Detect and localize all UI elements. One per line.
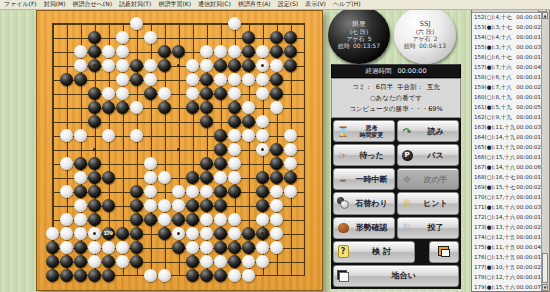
board-cell[interactable] bbox=[101, 16, 115, 30]
menu-item[interactable]: 棋譜学習(K) bbox=[158, 0, 191, 9]
board-cell[interactable] bbox=[87, 254, 101, 268]
board-cell[interactable] bbox=[101, 254, 115, 268]
board-cell[interactable] bbox=[129, 16, 143, 30]
board-cell[interactable] bbox=[101, 212, 115, 226]
move-list-row[interactable]: 159(●):7,十八00:00:02 bbox=[472, 82, 542, 92]
board-cell[interactable] bbox=[143, 114, 157, 128]
board-cell[interactable] bbox=[171, 170, 185, 184]
board-cell[interactable] bbox=[199, 142, 213, 156]
board-cell[interactable] bbox=[283, 268, 297, 282]
board-cell[interactable] bbox=[171, 100, 185, 114]
board-cell[interactable] bbox=[241, 114, 255, 128]
board-cell[interactable] bbox=[143, 30, 157, 44]
board-cell[interactable] bbox=[73, 16, 87, 30]
menu-item[interactable]: 棋譜再生(A) bbox=[238, 0, 271, 9]
board-cell[interactable] bbox=[227, 100, 241, 114]
board-cell[interactable] bbox=[157, 114, 171, 128]
board-cell[interactable] bbox=[45, 86, 59, 100]
board-cell[interactable] bbox=[143, 16, 157, 30]
board-cell[interactable] bbox=[185, 16, 199, 30]
think-time-button[interactable]: ⌛思考時間変更 bbox=[333, 120, 395, 142]
board-cell[interactable] bbox=[269, 226, 283, 240]
pass-button[interactable]: Pパス bbox=[397, 144, 459, 166]
board-cell[interactable] bbox=[255, 198, 269, 212]
board-cell[interactable] bbox=[115, 30, 129, 44]
board-cell[interactable] bbox=[59, 240, 73, 254]
board-cell[interactable] bbox=[115, 16, 129, 30]
jiai-button[interactable]: 地合い bbox=[333, 265, 459, 287]
board-cell[interactable] bbox=[129, 254, 143, 268]
board-cell[interactable] bbox=[227, 156, 241, 170]
board-cell[interactable] bbox=[59, 156, 73, 170]
board-cell[interactable] bbox=[241, 268, 255, 282]
board-cell[interactable] bbox=[255, 212, 269, 226]
board-cell[interactable] bbox=[143, 184, 157, 198]
board-cell[interactable] bbox=[101, 72, 115, 86]
board-cell[interactable] bbox=[87, 30, 101, 44]
board-cell[interactable] bbox=[185, 156, 199, 170]
board-cell[interactable] bbox=[227, 128, 241, 142]
board-cell[interactable] bbox=[241, 30, 255, 44]
board-cell[interactable] bbox=[115, 86, 129, 100]
move-list-row[interactable]: 163(●):11,十九00:00:03 bbox=[472, 122, 542, 132]
board-cell[interactable] bbox=[115, 254, 129, 268]
board-cell[interactable] bbox=[143, 254, 157, 268]
move-list-row[interactable]: 153(●):3,十七00:00:02 bbox=[472, 22, 542, 32]
board-cell[interactable] bbox=[255, 30, 269, 44]
move-list-row[interactable]: 178(○):12,十六00:00:01 bbox=[472, 272, 542, 282]
board-cell[interactable] bbox=[73, 142, 87, 156]
board-cell[interactable] bbox=[213, 30, 227, 44]
board-cell[interactable] bbox=[227, 170, 241, 184]
board-cell[interactable] bbox=[129, 86, 143, 100]
board-cell[interactable] bbox=[255, 72, 269, 86]
board-cell[interactable] bbox=[143, 142, 157, 156]
board-cell[interactable] bbox=[185, 44, 199, 58]
board-cell[interactable] bbox=[171, 184, 185, 198]
move-list-row[interactable]: 157(●):7,十六00:00:04 bbox=[472, 62, 542, 72]
board-cell[interactable] bbox=[45, 170, 59, 184]
move-list-row[interactable]: 167(●):14,十八00:00:06 bbox=[472, 162, 542, 172]
board-cell[interactable] bbox=[227, 114, 241, 128]
board-cell[interactable] bbox=[101, 58, 115, 72]
board-cell[interactable] bbox=[185, 100, 199, 114]
board-cell[interactable] bbox=[283, 86, 297, 100]
board-cell[interactable] bbox=[87, 16, 101, 30]
board-cell[interactable] bbox=[87, 170, 101, 184]
board-cell[interactable] bbox=[255, 128, 269, 142]
board-cell[interactable] bbox=[171, 72, 185, 86]
board-cell[interactable] bbox=[269, 58, 283, 72]
board-cell[interactable] bbox=[157, 142, 171, 156]
board-cell[interactable] bbox=[171, 212, 185, 226]
move-list-row[interactable]: 165(●):13,十九00:00:02 bbox=[472, 142, 542, 152]
board-cell[interactable] bbox=[143, 212, 157, 226]
board-cell[interactable] bbox=[269, 254, 283, 268]
board-cell[interactable] bbox=[45, 254, 59, 268]
board-cell[interactable] bbox=[297, 254, 311, 268]
board-cell[interactable] bbox=[255, 254, 269, 268]
board-cell[interactable] bbox=[185, 254, 199, 268]
board-cell[interactable] bbox=[269, 86, 283, 100]
board-cell[interactable] bbox=[269, 30, 283, 44]
board-cell[interactable] bbox=[283, 44, 297, 58]
board-cell[interactable] bbox=[101, 114, 115, 128]
board-cell[interactable] bbox=[255, 16, 269, 30]
menu-item[interactable]: 対局(M) bbox=[44, 0, 66, 9]
board-cell[interactable] bbox=[87, 100, 101, 114]
board-cell[interactable] bbox=[129, 268, 143, 282]
board-cell[interactable] bbox=[129, 212, 143, 226]
board-cell[interactable] bbox=[129, 156, 143, 170]
board-cell[interactable] bbox=[59, 100, 73, 114]
board-cell[interactable] bbox=[283, 212, 297, 226]
board-cell[interactable] bbox=[241, 254, 255, 268]
board-cell[interactable] bbox=[255, 240, 269, 254]
board-cell[interactable] bbox=[143, 156, 157, 170]
board-cell[interactable] bbox=[129, 170, 143, 184]
board-cell[interactable] bbox=[185, 212, 199, 226]
board-cell[interactable] bbox=[115, 212, 129, 226]
board-cell[interactable] bbox=[213, 58, 227, 72]
board-cell[interactable] bbox=[297, 156, 311, 170]
scroll-up-icon[interactable]: ▲ bbox=[542, 12, 548, 19]
board-cell[interactable] bbox=[283, 184, 297, 198]
board-cell[interactable] bbox=[129, 100, 143, 114]
board-cell[interactable] bbox=[199, 128, 213, 142]
menu-item[interactable]: 詰碁対局(T) bbox=[119, 0, 151, 9]
board-cell[interactable] bbox=[101, 156, 115, 170]
menu-item[interactable]: 棋譜合せへ(N) bbox=[73, 0, 112, 9]
board-cell[interactable] bbox=[227, 268, 241, 282]
move-list-row[interactable]: 155(●):3,十八00:00:03 bbox=[472, 42, 542, 52]
board-cell[interactable] bbox=[241, 72, 255, 86]
board-cell[interactable] bbox=[283, 114, 297, 128]
board-cell[interactable] bbox=[129, 128, 143, 142]
board-cell[interactable] bbox=[269, 128, 283, 142]
board-cell[interactable] bbox=[87, 240, 101, 254]
board-cell[interactable] bbox=[283, 156, 297, 170]
menu-item[interactable]: ファイル(F) bbox=[4, 0, 37, 9]
board-cell[interactable] bbox=[255, 100, 269, 114]
board-cell[interactable] bbox=[283, 226, 297, 240]
board-cell[interactable] bbox=[73, 184, 87, 198]
board-cell[interactable] bbox=[73, 226, 87, 240]
move-list-scrollbar[interactable]: ▲ ▼ bbox=[541, 12, 549, 291]
board-cell[interactable] bbox=[213, 254, 227, 268]
board-cell[interactable] bbox=[185, 72, 199, 86]
board-cell[interactable] bbox=[283, 30, 297, 44]
board-cell[interactable] bbox=[213, 268, 227, 282]
board-cell[interactable] bbox=[101, 198, 115, 212]
board-cell[interactable] bbox=[73, 156, 87, 170]
board-cell[interactable] bbox=[59, 254, 73, 268]
board-cell[interactable] bbox=[241, 156, 255, 170]
board-cell[interactable] bbox=[269, 184, 283, 198]
board-cell[interactable] bbox=[227, 30, 241, 44]
board-cell[interactable] bbox=[255, 170, 269, 184]
board-cell[interactable] bbox=[227, 198, 241, 212]
board-cell[interactable] bbox=[297, 128, 311, 142]
board-cell[interactable] bbox=[213, 128, 227, 142]
board-cell[interactable] bbox=[199, 114, 213, 128]
board-cell[interactable] bbox=[59, 58, 73, 72]
board-cell[interactable] bbox=[227, 16, 241, 30]
board-cell[interactable] bbox=[87, 268, 101, 282]
board-cell[interactable] bbox=[101, 128, 115, 142]
board-cell[interactable] bbox=[297, 30, 311, 44]
board-cell[interactable] bbox=[101, 30, 115, 44]
board-cell[interactable] bbox=[199, 268, 213, 282]
board-cell[interactable] bbox=[73, 72, 87, 86]
board-cell[interactable] bbox=[157, 226, 171, 240]
board-cell[interactable] bbox=[87, 198, 101, 212]
board-cell[interactable] bbox=[283, 142, 297, 156]
board-cell[interactable] bbox=[185, 226, 199, 240]
board-cell[interactable] bbox=[143, 100, 157, 114]
board-cell[interactable] bbox=[129, 240, 143, 254]
move-list-row[interactable]: 177(●):10,十五00:00:02 bbox=[472, 262, 542, 272]
board-cell[interactable] bbox=[59, 184, 73, 198]
board-cell[interactable] bbox=[255, 184, 269, 198]
move-list-row[interactable]: 174(○):12,十五00:00:01 bbox=[472, 232, 542, 242]
board-cell[interactable] bbox=[185, 86, 199, 100]
board-cell[interactable] bbox=[297, 268, 311, 282]
move-list-row[interactable]: 158(○):6,十八00:00:01 bbox=[472, 72, 542, 82]
board-cell[interactable] bbox=[157, 212, 171, 226]
board-cell[interactable] bbox=[87, 184, 101, 198]
move-list-row[interactable]: 162(○):9,十九00:00:01 bbox=[472, 112, 542, 122]
board-cell[interactable] bbox=[115, 114, 129, 128]
board-cell[interactable] bbox=[227, 142, 241, 156]
board-cell[interactable] bbox=[143, 198, 157, 212]
board-cell[interactable] bbox=[157, 30, 171, 44]
board-cell[interactable] bbox=[199, 44, 213, 58]
swap-stones-button[interactable]: 石替わり bbox=[333, 192, 395, 214]
board-cell[interactable] bbox=[157, 86, 171, 100]
situation-check-button[interactable]: 形勢確認 bbox=[333, 217, 395, 239]
board-cell[interactable] bbox=[87, 156, 101, 170]
board-cell[interactable] bbox=[213, 156, 227, 170]
board-cell[interactable] bbox=[45, 226, 59, 240]
board-cell[interactable] bbox=[241, 58, 255, 72]
board-cell[interactable] bbox=[143, 170, 157, 184]
board-cell[interactable] bbox=[157, 156, 171, 170]
move-list-row[interactable]: 156(○):6,十七00:00:01 bbox=[472, 52, 542, 62]
board-cell[interactable] bbox=[199, 58, 213, 72]
board-cell[interactable] bbox=[45, 212, 59, 226]
move-list-row[interactable]: 175(●):11,十五00:00:04 bbox=[472, 242, 542, 252]
board-cell[interactable] bbox=[199, 86, 213, 100]
board-cell[interactable] bbox=[297, 16, 311, 30]
board-cell[interactable] bbox=[157, 16, 171, 30]
board-cell[interactable] bbox=[199, 30, 213, 44]
board-cell[interactable] bbox=[115, 142, 129, 156]
board-cell[interactable] bbox=[87, 212, 101, 226]
board-cell[interactable] bbox=[45, 72, 59, 86]
board-cell[interactable] bbox=[213, 240, 227, 254]
board-cell[interactable] bbox=[269, 268, 283, 282]
board-cell[interactable] bbox=[297, 44, 311, 58]
board-cell[interactable] bbox=[213, 86, 227, 100]
board-cell[interactable] bbox=[115, 44, 129, 58]
board-cell[interactable] bbox=[73, 44, 87, 58]
menu-item[interactable]: 通信対局(C) bbox=[198, 0, 231, 9]
board-cell[interactable] bbox=[59, 198, 73, 212]
board-cell[interactable] bbox=[199, 170, 213, 184]
board-cell[interactable] bbox=[213, 44, 227, 58]
board-cell[interactable] bbox=[73, 240, 87, 254]
board-cell[interactable] bbox=[115, 184, 129, 198]
board-cell[interactable] bbox=[171, 254, 185, 268]
board-cell[interactable] bbox=[87, 128, 101, 142]
move-list-row[interactable]: 164(○):14,十九00:00:01 bbox=[472, 132, 542, 142]
board-cell[interactable] bbox=[283, 58, 297, 72]
board-cell[interactable] bbox=[59, 268, 73, 282]
board-cell[interactable] bbox=[59, 114, 73, 128]
board-cell[interactable] bbox=[87, 72, 101, 86]
board-cell[interactable] bbox=[171, 16, 185, 30]
board-cell[interactable] bbox=[283, 198, 297, 212]
board-cell[interactable] bbox=[45, 198, 59, 212]
move-list-row[interactable]: 168(○):16,十七00:00:01 bbox=[472, 172, 542, 182]
scroll-thumb[interactable] bbox=[542, 253, 548, 283]
board-cell[interactable] bbox=[143, 268, 157, 282]
board-cell[interactable] bbox=[129, 198, 143, 212]
board-cell[interactable] bbox=[283, 16, 297, 30]
board-cell[interactable] bbox=[129, 184, 143, 198]
board-cell[interactable] bbox=[115, 268, 129, 282]
board-cell[interactable] bbox=[59, 30, 73, 44]
board-cell[interactable] bbox=[283, 254, 297, 268]
move-list-row[interactable]: 160(○):8,十九00:00:01 bbox=[472, 92, 542, 102]
scroll-down-icon[interactable]: ▼ bbox=[542, 284, 548, 291]
board-cell[interactable] bbox=[73, 30, 87, 44]
board-cell[interactable] bbox=[227, 240, 241, 254]
board-cell[interactable] bbox=[199, 72, 213, 86]
board-cell[interactable] bbox=[115, 156, 129, 170]
board-cell[interactable] bbox=[185, 58, 199, 72]
board-cell[interactable] bbox=[213, 142, 227, 156]
board-cell[interactable] bbox=[157, 254, 171, 268]
board-cell[interactable] bbox=[241, 170, 255, 184]
board-cell[interactable] bbox=[213, 198, 227, 212]
board-cell[interactable] bbox=[241, 198, 255, 212]
board-cell[interactable] bbox=[269, 170, 283, 184]
board-cell[interactable] bbox=[185, 198, 199, 212]
board-cell[interactable] bbox=[241, 44, 255, 58]
board-cell[interactable] bbox=[283, 100, 297, 114]
board-cell[interactable] bbox=[171, 198, 185, 212]
board-cell[interactable] bbox=[157, 240, 171, 254]
board-cell[interactable] bbox=[199, 100, 213, 114]
board-cell[interactable] bbox=[241, 240, 255, 254]
board-cell[interactable] bbox=[227, 72, 241, 86]
board-cell[interactable] bbox=[227, 58, 241, 72]
board-cell[interactable] bbox=[199, 184, 213, 198]
board-cell[interactable] bbox=[185, 114, 199, 128]
board-cell[interactable] bbox=[157, 100, 171, 114]
board-cell[interactable] bbox=[157, 268, 171, 282]
board-cell[interactable] bbox=[185, 30, 199, 44]
board-cell[interactable] bbox=[157, 58, 171, 72]
board-cell[interactable] bbox=[297, 184, 311, 198]
board-cell[interactable] bbox=[213, 114, 227, 128]
board-cell[interactable] bbox=[297, 198, 311, 212]
board-cell[interactable] bbox=[227, 226, 241, 240]
board-cell[interactable] bbox=[269, 142, 283, 156]
board-cell[interactable] bbox=[297, 240, 311, 254]
board-cell[interactable] bbox=[87, 114, 101, 128]
move-list-row[interactable]: 173(●):13,十六00:00:02 bbox=[472, 222, 542, 232]
board-cell[interactable] bbox=[255, 268, 269, 282]
board-cell[interactable] bbox=[101, 142, 115, 156]
move-list-row[interactable]: 176(○):13,十五00:00:01 bbox=[472, 252, 542, 262]
board-cell[interactable] bbox=[227, 86, 241, 100]
move-list-row[interactable]: 166(○):15,十八00:00:01 bbox=[472, 152, 542, 162]
board-cell[interactable] bbox=[101, 100, 115, 114]
board-cell[interactable] bbox=[283, 240, 297, 254]
board-cell[interactable] bbox=[115, 58, 129, 72]
menu-item[interactable]: ヘルプ(H) bbox=[333, 0, 361, 9]
board-cell[interactable] bbox=[143, 44, 157, 58]
board-cell[interactable] bbox=[199, 226, 213, 240]
move-list-row[interactable]: 170(○):17,十六00:00:01 bbox=[472, 192, 542, 202]
board-cell[interactable] bbox=[255, 156, 269, 170]
board-cell[interactable] bbox=[227, 184, 241, 198]
board-cell[interactable] bbox=[171, 114, 185, 128]
board-cell[interactable] bbox=[269, 16, 283, 30]
board-cell[interactable] bbox=[87, 86, 101, 100]
board-cell[interactable] bbox=[297, 114, 311, 128]
board-cell[interactable] bbox=[241, 142, 255, 156]
board-cell[interactable] bbox=[199, 254, 213, 268]
kento-button[interactable]: ? 検 討 bbox=[333, 241, 415, 263]
yomi-button[interactable]: ↷読み bbox=[397, 120, 459, 142]
board-cell[interactable] bbox=[73, 86, 87, 100]
board-cell[interactable] bbox=[255, 44, 269, 58]
board-cell[interactable] bbox=[157, 44, 171, 58]
board-cell[interactable] bbox=[227, 44, 241, 58]
board-cell[interactable] bbox=[199, 16, 213, 30]
board-cell[interactable] bbox=[171, 240, 185, 254]
board-cell[interactable] bbox=[283, 170, 297, 184]
board-cell[interactable] bbox=[171, 44, 185, 58]
board-cell[interactable] bbox=[213, 100, 227, 114]
board-cell[interactable] bbox=[241, 128, 255, 142]
board-cell[interactable] bbox=[241, 86, 255, 100]
board-cell[interactable] bbox=[185, 170, 199, 184]
board-cell[interactable] bbox=[213, 212, 227, 226]
window-layout-button[interactable] bbox=[429, 241, 459, 263]
board-cell[interactable] bbox=[101, 184, 115, 198]
board-cell[interactable] bbox=[45, 128, 59, 142]
board-cell[interactable] bbox=[227, 254, 241, 268]
board-cell[interactable] bbox=[129, 58, 143, 72]
board-cell[interactable] bbox=[73, 114, 87, 128]
board-cell[interactable] bbox=[115, 198, 129, 212]
board-cell[interactable] bbox=[45, 58, 59, 72]
board-cell[interactable] bbox=[185, 240, 199, 254]
board-cell[interactable] bbox=[115, 226, 129, 240]
board-cell[interactable] bbox=[59, 226, 73, 240]
board-cell[interactable] bbox=[213, 16, 227, 30]
board-cell[interactable] bbox=[283, 128, 297, 142]
board-cell[interactable] bbox=[115, 170, 129, 184]
board-cell[interactable] bbox=[129, 226, 143, 240]
board-cell[interactable] bbox=[255, 86, 269, 100]
board-cell[interactable] bbox=[101, 240, 115, 254]
